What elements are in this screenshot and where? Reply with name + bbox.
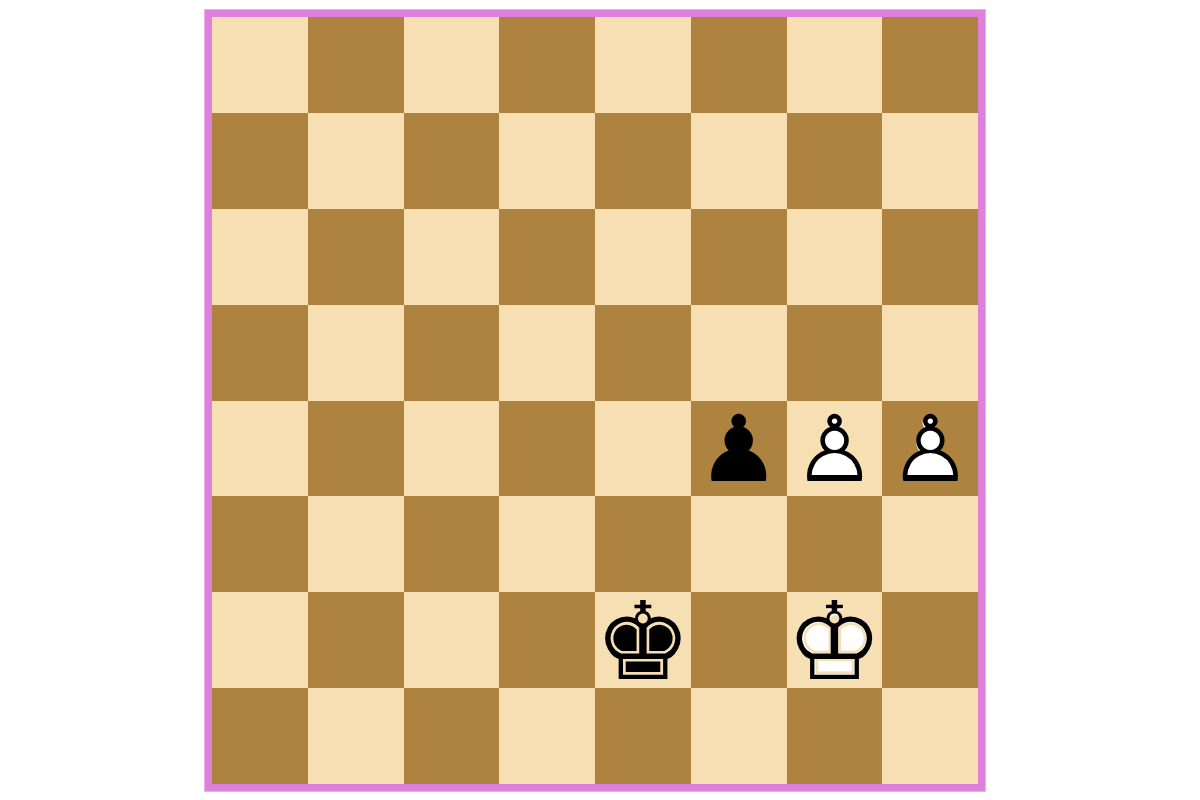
square-b5[interactable]: [308, 305, 404, 401]
square-h8[interactable]: [882, 17, 978, 113]
square-g5[interactable]: [787, 305, 883, 401]
square-e1[interactable]: [595, 688, 691, 784]
square-e4[interactable]: [595, 401, 691, 497]
square-g2[interactable]: ♚♔: [787, 592, 883, 688]
white-king[interactable]: ♚♔: [787, 594, 883, 690]
square-a5[interactable]: [212, 305, 308, 401]
square-d2[interactable]: [499, 592, 595, 688]
square-a7[interactable]: [212, 113, 308, 209]
square-a6[interactable]: [212, 209, 308, 305]
square-g7[interactable]: [787, 113, 883, 209]
square-f3[interactable]: [691, 496, 787, 592]
square-b2[interactable]: [308, 592, 404, 688]
square-a2[interactable]: [212, 592, 308, 688]
square-b3[interactable]: [308, 496, 404, 592]
square-g3[interactable]: [787, 496, 883, 592]
page-background: ♟♟♙♟♙♚♚♔: [0, 0, 1200, 800]
white-king-outline: ♔: [787, 594, 883, 690]
square-d5[interactable]: [499, 305, 595, 401]
square-g8[interactable]: [787, 17, 883, 113]
square-h2[interactable]: [882, 592, 978, 688]
square-c8[interactable]: [404, 17, 500, 113]
square-f6[interactable]: [691, 209, 787, 305]
square-a4[interactable]: [212, 401, 308, 497]
square-c4[interactable]: [404, 401, 500, 497]
square-c5[interactable]: [404, 305, 500, 401]
square-c2[interactable]: [404, 592, 500, 688]
square-b6[interactable]: [308, 209, 404, 305]
square-d3[interactable]: [499, 496, 595, 592]
square-a1[interactable]: [212, 688, 308, 784]
square-c1[interactable]: [404, 688, 500, 784]
square-g6[interactable]: [787, 209, 883, 305]
square-d1[interactable]: [499, 688, 595, 784]
square-f1[interactable]: [691, 688, 787, 784]
square-e2[interactable]: ♚: [595, 592, 691, 688]
square-c7[interactable]: [404, 113, 500, 209]
square-c6[interactable]: [404, 209, 500, 305]
square-a8[interactable]: [212, 17, 308, 113]
square-b7[interactable]: [308, 113, 404, 209]
square-d7[interactable]: [499, 113, 595, 209]
black-king[interactable]: ♚: [595, 594, 691, 690]
square-b8[interactable]: [308, 17, 404, 113]
square-h4[interactable]: ♟♙: [882, 401, 978, 497]
square-g1[interactable]: [787, 688, 883, 784]
square-a3[interactable]: [212, 496, 308, 592]
square-h7[interactable]: [882, 113, 978, 209]
square-f7[interactable]: [691, 113, 787, 209]
white-pawn-outline: ♙: [882, 403, 978, 499]
square-d8[interactable]: [499, 17, 595, 113]
white-pawn[interactable]: ♟♙: [787, 403, 883, 499]
chess-board: ♟♟♙♟♙♚♚♔: [212, 17, 978, 784]
square-e7[interactable]: [595, 113, 691, 209]
square-d4[interactable]: [499, 401, 595, 497]
white-pawn[interactable]: ♟♙: [882, 403, 978, 499]
square-f8[interactable]: [691, 17, 787, 113]
square-h3[interactable]: [882, 496, 978, 592]
square-g4[interactable]: ♟♙: [787, 401, 883, 497]
square-h6[interactable]: [882, 209, 978, 305]
board-frame: ♟♟♙♟♙♚♚♔: [205, 10, 985, 791]
black-pawn[interactable]: ♟: [691, 403, 787, 499]
square-h1[interactable]: [882, 688, 978, 784]
square-d6[interactable]: [499, 209, 595, 305]
square-e3[interactable]: [595, 496, 691, 592]
black-king-glyph: ♚: [595, 594, 691, 690]
square-f2[interactable]: [691, 592, 787, 688]
square-e6[interactable]: [595, 209, 691, 305]
white-pawn-outline: ♙: [787, 403, 883, 499]
square-h5[interactable]: [882, 305, 978, 401]
square-e8[interactable]: [595, 17, 691, 113]
square-b1[interactable]: [308, 688, 404, 784]
square-f5[interactable]: [691, 305, 787, 401]
square-f4[interactable]: ♟: [691, 401, 787, 497]
square-c3[interactable]: [404, 496, 500, 592]
square-e5[interactable]: [595, 305, 691, 401]
black-pawn-glyph: ♟: [691, 403, 787, 499]
square-b4[interactable]: [308, 401, 404, 497]
